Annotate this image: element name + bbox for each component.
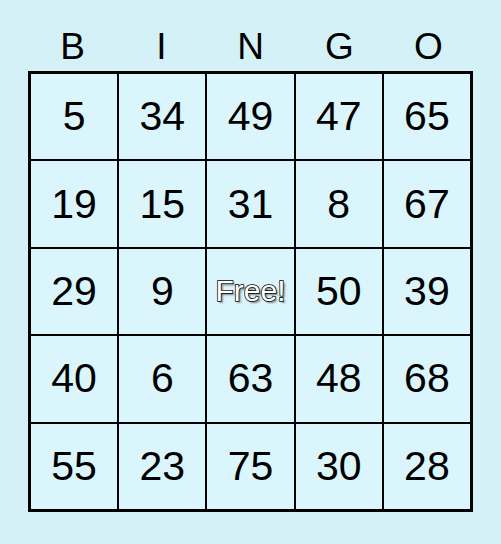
header-letter-b: B: [28, 21, 117, 71]
cell-r4c3[interactable]: 63: [207, 336, 293, 421]
cell-r4c1[interactable]: 40: [31, 336, 117, 421]
cell-r2c2[interactable]: 15: [119, 161, 205, 246]
cell-r3c5[interactable]: 39: [384, 249, 470, 334]
cell-r2c5[interactable]: 67: [384, 161, 470, 246]
cell-r5c4[interactable]: 30: [296, 424, 382, 509]
header-letter-n: N: [206, 21, 295, 71]
cell-r2c4[interactable]: 8: [296, 161, 382, 246]
cell-r1c4[interactable]: 47: [296, 74, 382, 159]
cell-r4c4[interactable]: 48: [296, 336, 382, 421]
bingo-header: B I N G O: [28, 0, 473, 71]
cell-r5c1[interactable]: 55: [31, 424, 117, 509]
header-letter-o: O: [384, 21, 473, 71]
bingo-card: B I N G O 5 34 49 47 65 19 15 31 8 67 29…: [0, 0, 501, 544]
cell-r1c3[interactable]: 49: [207, 74, 293, 159]
bingo-grid: 5 34 49 47 65 19 15 31 8 67 29 9 Free! 5…: [28, 71, 473, 512]
cell-r3c2[interactable]: 9: [119, 249, 205, 334]
cell-r2c3[interactable]: 31: [207, 161, 293, 246]
cell-r1c5[interactable]: 65: [384, 74, 470, 159]
cell-r3c4[interactable]: 50: [296, 249, 382, 334]
cell-r5c3[interactable]: 75: [207, 424, 293, 509]
cell-r1c1[interactable]: 5: [31, 74, 117, 159]
cell-r5c2[interactable]: 23: [119, 424, 205, 509]
cell-r2c1[interactable]: 19: [31, 161, 117, 246]
cell-r4c5[interactable]: 68: [384, 336, 470, 421]
cell-r1c2[interactable]: 34: [119, 74, 205, 159]
header-letter-g: G: [295, 21, 384, 71]
free-cell[interactable]: Free!: [207, 249, 293, 334]
cell-r3c1[interactable]: 29: [31, 249, 117, 334]
header-letter-i: I: [117, 21, 206, 71]
cell-r4c2[interactable]: 6: [119, 336, 205, 421]
cell-r5c5[interactable]: 28: [384, 424, 470, 509]
